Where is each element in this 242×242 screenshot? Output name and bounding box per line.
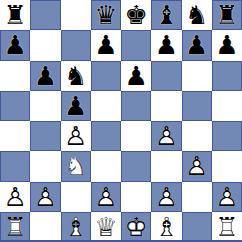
square-e3[interactable] xyxy=(121,151,151,181)
white-king-outline: ♔ xyxy=(121,212,151,242)
white-rook-icon[interactable]: ♜♖ xyxy=(212,212,242,242)
square-d2[interactable]: ♟♙ xyxy=(91,182,121,212)
white-pawn-outline: ♙ xyxy=(61,121,91,151)
black-rook-icon[interactable]: ♜ xyxy=(0,0,30,30)
square-g6[interactable] xyxy=(182,61,212,91)
square-c1[interactable]: ♝♗ xyxy=(61,212,91,242)
white-bishop-outline: ♗ xyxy=(151,212,181,242)
white-pawn-icon[interactable]: ♟♙ xyxy=(182,151,212,181)
square-c6[interactable]: ♞ xyxy=(61,61,91,91)
black-pawn-icon[interactable]: ♟ xyxy=(0,30,30,60)
square-f6[interactable] xyxy=(151,61,181,91)
square-a5[interactable] xyxy=(0,91,30,121)
black-pawn-icon[interactable]: ♟ xyxy=(30,61,60,91)
square-a7[interactable]: ♟ xyxy=(0,30,30,60)
square-b1[interactable] xyxy=(30,212,60,242)
white-knight-icon[interactable]: ♞♘ xyxy=(61,151,91,181)
square-a1[interactable]: ♜♖ xyxy=(0,212,30,242)
square-d3[interactable] xyxy=(91,151,121,181)
square-a3[interactable] xyxy=(0,151,30,181)
white-pawn-outline: ♙ xyxy=(0,182,30,212)
square-h7[interactable]: ♟ xyxy=(212,30,242,60)
black-pawn-glyph: ♟ xyxy=(61,91,91,121)
square-g7[interactable]: ♟ xyxy=(182,30,212,60)
square-b8[interactable] xyxy=(30,0,60,30)
white-queen-outline: ♕ xyxy=(91,212,121,242)
square-a2[interactable]: ♟♙ xyxy=(0,182,30,212)
square-b5[interactable] xyxy=(30,91,60,121)
white-bishop-outline: ♗ xyxy=(61,212,91,242)
square-b6[interactable]: ♟ xyxy=(30,61,60,91)
square-c7[interactable] xyxy=(61,30,91,60)
black-bishop-glyph: ♝ xyxy=(151,0,181,30)
white-bishop-icon[interactable]: ♝♗ xyxy=(151,212,181,242)
white-pawn-outline: ♙ xyxy=(212,182,242,212)
chess-board: ♜♛♚♝♞♜♟♟♟♟♟♟♞♟♟♟♙♟♙♞♘♟♙♟♙♟♙♟♙♟♙♟♙♜♖♝♗♛♕♚… xyxy=(0,0,242,242)
square-f5[interactable] xyxy=(151,91,181,121)
white-pawn-outline: ♙ xyxy=(182,151,212,181)
square-h6[interactable] xyxy=(212,61,242,91)
square-h8[interactable]: ♜ xyxy=(212,0,242,30)
black-pawn-icon[interactable]: ♟ xyxy=(151,30,181,60)
square-e8[interactable]: ♚ xyxy=(121,0,151,30)
white-rook-icon[interactable]: ♜♖ xyxy=(0,212,30,242)
square-g1[interactable] xyxy=(182,212,212,242)
black-knight-glyph: ♞ xyxy=(61,61,91,91)
square-d6[interactable] xyxy=(91,61,121,91)
white-knight-outline: ♘ xyxy=(61,151,91,181)
black-king-icon[interactable]: ♚ xyxy=(121,0,151,30)
square-g3[interactable]: ♟♙ xyxy=(182,151,212,181)
white-pawn-icon[interactable]: ♟♙ xyxy=(212,182,242,212)
black-pawn-icon[interactable]: ♟ xyxy=(61,91,91,121)
square-d5[interactable] xyxy=(91,91,121,121)
black-pawn-icon[interactable]: ♟ xyxy=(182,30,212,60)
square-g8[interactable]: ♞ xyxy=(182,0,212,30)
square-c2[interactable] xyxy=(61,182,91,212)
black-knight-icon[interactable]: ♞ xyxy=(61,61,91,91)
black-pawn-icon[interactable]: ♟ xyxy=(121,61,151,91)
white-pawn-icon[interactable]: ♟♙ xyxy=(91,182,121,212)
square-c3[interactable]: ♞♘ xyxy=(61,151,91,181)
white-pawn-icon[interactable]: ♟♙ xyxy=(61,121,91,151)
square-d4[interactable] xyxy=(91,121,121,151)
black-pawn-glyph: ♟ xyxy=(121,61,151,91)
square-f1[interactable]: ♝♗ xyxy=(151,212,181,242)
white-king-icon[interactable]: ♚♔ xyxy=(121,212,151,242)
square-h4[interactable] xyxy=(212,121,242,151)
black-bishop-icon[interactable]: ♝ xyxy=(151,0,181,30)
square-h5[interactable] xyxy=(212,91,242,121)
white-pawn-outline: ♙ xyxy=(151,121,181,151)
square-b4[interactable] xyxy=(30,121,60,151)
white-queen-icon[interactable]: ♛♕ xyxy=(91,212,121,242)
square-g2[interactable] xyxy=(182,182,212,212)
square-a4[interactable] xyxy=(0,121,30,151)
square-d1[interactable]: ♛♕ xyxy=(91,212,121,242)
black-pawn-icon[interactable]: ♟ xyxy=(212,30,242,60)
square-h3[interactable] xyxy=(212,151,242,181)
square-b3[interactable] xyxy=(30,151,60,181)
black-pawn-icon[interactable]: ♟ xyxy=(91,30,121,60)
square-c8[interactable] xyxy=(61,0,91,30)
black-queen-icon[interactable]: ♛ xyxy=(91,0,121,30)
white-pawn-icon[interactable]: ♟♙ xyxy=(151,182,181,212)
black-pawn-glyph: ♟ xyxy=(151,30,181,60)
black-knight-glyph: ♞ xyxy=(182,0,212,30)
square-b2[interactable]: ♟♙ xyxy=(30,182,60,212)
square-a6[interactable] xyxy=(0,61,30,91)
square-h1[interactable]: ♜♖ xyxy=(212,212,242,242)
square-f7[interactable]: ♟ xyxy=(151,30,181,60)
square-a8[interactable]: ♜ xyxy=(0,0,30,30)
white-pawn-outline: ♙ xyxy=(30,182,60,212)
white-pawn-icon[interactable]: ♟♙ xyxy=(151,121,181,151)
black-pawn-glyph: ♟ xyxy=(182,30,212,60)
white-pawn-outline: ♙ xyxy=(91,182,121,212)
square-g4[interactable] xyxy=(182,121,212,151)
square-b7[interactable] xyxy=(30,30,60,60)
square-d7[interactable]: ♟ xyxy=(91,30,121,60)
black-rook-glyph: ♜ xyxy=(212,0,242,30)
square-e4[interactable] xyxy=(121,121,151,151)
white-pawn-icon[interactable]: ♟♙ xyxy=(0,182,30,212)
square-g5[interactable] xyxy=(182,91,212,121)
square-e1[interactable]: ♚♔ xyxy=(121,212,151,242)
square-f8[interactable]: ♝ xyxy=(151,0,181,30)
square-e5[interactable] xyxy=(121,91,151,121)
black-pawn-glyph: ♟ xyxy=(91,30,121,60)
square-f3[interactable] xyxy=(151,151,181,181)
square-f4[interactable]: ♟♙ xyxy=(151,121,181,151)
white-pawn-icon[interactable]: ♟♙ xyxy=(30,182,60,212)
white-pawn-outline: ♙ xyxy=(151,182,181,212)
black-rook-icon[interactable]: ♜ xyxy=(212,0,242,30)
white-rook-outline: ♖ xyxy=(0,212,30,242)
square-h2[interactable]: ♟♙ xyxy=(212,182,242,212)
square-c4[interactable]: ♟♙ xyxy=(61,121,91,151)
square-f2[interactable]: ♟♙ xyxy=(151,182,181,212)
black-king-glyph: ♚ xyxy=(121,0,151,30)
black-rook-glyph: ♜ xyxy=(0,0,30,30)
black-queen-glyph: ♛ xyxy=(91,0,121,30)
square-d8[interactable]: ♛ xyxy=(91,0,121,30)
square-c5[interactable]: ♟ xyxy=(61,91,91,121)
white-rook-outline: ♖ xyxy=(212,212,242,242)
white-bishop-icon[interactable]: ♝♗ xyxy=(61,212,91,242)
black-knight-icon[interactable]: ♞ xyxy=(182,0,212,30)
square-e2[interactable] xyxy=(121,182,151,212)
black-pawn-glyph: ♟ xyxy=(212,30,242,60)
black-pawn-glyph: ♟ xyxy=(0,30,30,60)
black-pawn-glyph: ♟ xyxy=(30,61,60,91)
square-e6[interactable]: ♟ xyxy=(121,61,151,91)
square-e7[interactable] xyxy=(121,30,151,60)
